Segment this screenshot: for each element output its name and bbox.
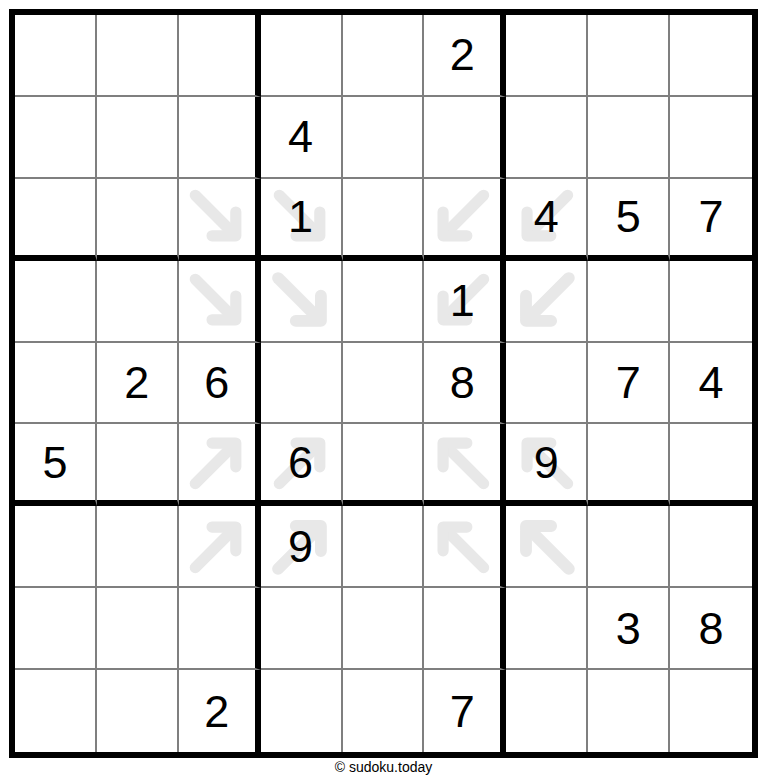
cell-r9c4[interactable] — [261, 670, 343, 752]
cell-r7c5[interactable] — [343, 506, 425, 588]
cell-r7c6[interactable] — [424, 506, 506, 588]
given-digit: 5 — [42, 440, 67, 485]
cell-r4c4[interactable] — [261, 261, 343, 343]
cell-r8c7[interactable] — [506, 588, 588, 670]
cell-r9c1[interactable] — [15, 670, 97, 752]
cell-r4c5[interactable] — [343, 261, 425, 343]
cell-r4c1[interactable] — [15, 261, 97, 343]
cell-r1c8[interactable] — [588, 15, 670, 97]
cell-r5c3[interactable]: 6 — [179, 343, 261, 425]
cell-r7c8[interactable] — [588, 506, 670, 588]
cell-r2c9[interactable] — [670, 97, 752, 179]
cell-r8c8[interactable]: 3 — [588, 588, 670, 670]
sudoku-board: 24145712687456993827 — [9, 9, 758, 758]
credit-text: © sudoku.today — [0, 757, 767, 777]
cell-r6c4[interactable]: 6 — [261, 424, 343, 506]
cell-r1c2[interactable] — [97, 15, 179, 97]
given-digit: 1 — [450, 278, 475, 323]
given-digit: 9 — [288, 524, 313, 569]
cell-r4c3[interactable] — [179, 261, 261, 343]
cell-r4c8[interactable] — [588, 261, 670, 343]
given-digit: 2 — [124, 360, 149, 405]
cell-r9c7[interactable] — [506, 670, 588, 752]
cell-r5c4[interactable] — [261, 343, 343, 425]
cell-r2c7[interactable] — [506, 97, 588, 179]
puzzle-page: 24145712687456993827 © sudoku.today — [0, 0, 767, 777]
cell-r2c2[interactable] — [97, 97, 179, 179]
arrow-up-right-icon — [182, 509, 252, 583]
cell-r5c9[interactable]: 4 — [670, 343, 752, 425]
cell-r6c2[interactable] — [97, 424, 179, 506]
cell-r3c7[interactable]: 4 — [506, 179, 588, 261]
cell-r9c6[interactable]: 7 — [424, 670, 506, 752]
cell-r4c7[interactable] — [506, 261, 588, 343]
cell-r8c5[interactable] — [343, 588, 425, 670]
cell-r5c2[interactable]: 2 — [97, 343, 179, 425]
cell-r3c6[interactable] — [424, 179, 506, 261]
cell-r2c5[interactable] — [343, 97, 425, 179]
given-digit: 1 — [288, 194, 313, 239]
given-digit: 2 — [204, 689, 229, 734]
cell-r6c7[interactable]: 9 — [506, 424, 588, 506]
cell-r8c1[interactable] — [15, 588, 97, 670]
cell-r4c2[interactable] — [97, 261, 179, 343]
cell-r7c9[interactable] — [670, 506, 752, 588]
cell-r1c5[interactable] — [343, 15, 425, 97]
cell-r5c1[interactable] — [15, 343, 97, 425]
cell-r5c7[interactable] — [506, 343, 588, 425]
arrow-down-left-icon — [509, 264, 583, 338]
cell-r7c1[interactable] — [15, 506, 97, 588]
cell-r1c3[interactable] — [179, 15, 261, 97]
cell-r5c6[interactable]: 8 — [424, 343, 506, 425]
cell-r1c4[interactable] — [261, 15, 343, 97]
given-digit: 9 — [534, 440, 559, 485]
cell-r9c8[interactable] — [588, 670, 670, 752]
cell-r5c8[interactable]: 7 — [588, 343, 670, 425]
given-digit: 8 — [699, 606, 724, 651]
cell-r1c1[interactable] — [15, 15, 97, 97]
cell-r2c6[interactable] — [424, 97, 506, 179]
cell-r1c7[interactable] — [506, 15, 588, 97]
cell-r9c9[interactable] — [670, 670, 752, 752]
arrow-up-left-icon — [509, 509, 583, 583]
given-digit: 4 — [699, 360, 724, 405]
arrow-down-right-icon — [264, 264, 338, 338]
cell-r1c6[interactable]: 2 — [424, 15, 506, 97]
cell-r2c3[interactable] — [179, 97, 261, 179]
cell-r7c2[interactable] — [97, 506, 179, 588]
cell-r8c4[interactable] — [261, 588, 343, 670]
cell-r7c4[interactable]: 9 — [261, 506, 343, 588]
cell-r1c9[interactable] — [670, 15, 752, 97]
given-digit: 7 — [699, 194, 724, 239]
cell-r9c5[interactable] — [343, 670, 425, 752]
given-digit: 7 — [450, 689, 475, 734]
cell-r8c9[interactable]: 8 — [670, 588, 752, 670]
cell-r6c3[interactable] — [179, 424, 261, 506]
given-digit: 5 — [616, 194, 641, 239]
cell-r8c3[interactable] — [179, 588, 261, 670]
given-digit: 8 — [450, 360, 475, 405]
given-digit: 4 — [288, 114, 313, 159]
cell-r2c8[interactable] — [588, 97, 670, 179]
cell-r5c5[interactable] — [343, 343, 425, 425]
cell-r9c2[interactable] — [97, 670, 179, 752]
cell-r6c9[interactable] — [670, 424, 752, 506]
cell-r3c2[interactable] — [97, 179, 179, 261]
cell-r3c4[interactable]: 1 — [261, 179, 343, 261]
cell-r8c2[interactable] — [97, 588, 179, 670]
arrow-down-right-icon — [182, 182, 252, 252]
cell-r6c5[interactable] — [343, 424, 425, 506]
given-digit: 3 — [616, 606, 641, 651]
cell-r2c1[interactable] — [15, 97, 97, 179]
cell-r6c1[interactable]: 5 — [15, 424, 97, 506]
cell-r3c8[interactable]: 5 — [588, 179, 670, 261]
cell-r9c3[interactable]: 2 — [179, 670, 261, 752]
arrow-down-left-icon — [427, 182, 497, 252]
given-digit: 4 — [534, 194, 559, 239]
arrow-up-left-icon — [427, 427, 497, 497]
cell-r3c3[interactable] — [179, 179, 261, 261]
cell-r7c3[interactable] — [179, 506, 261, 588]
cell-r3c9[interactable]: 7 — [670, 179, 752, 261]
cell-r3c5[interactable] — [343, 179, 425, 261]
given-digit: 7 — [616, 360, 641, 405]
cell-r4c9[interactable] — [670, 261, 752, 343]
cell-r6c8[interactable] — [588, 424, 670, 506]
cell-r7c7[interactable] — [506, 506, 588, 588]
given-digit: 2 — [450, 32, 475, 77]
arrow-up-left-icon — [427, 509, 497, 583]
given-digit: 6 — [204, 360, 229, 405]
cell-r2c4[interactable]: 4 — [261, 97, 343, 179]
cell-r4c6[interactable]: 1 — [424, 261, 506, 343]
arrow-up-right-icon — [182, 427, 252, 497]
cell-r3c1[interactable] — [15, 179, 97, 261]
cell-r6c6[interactable] — [424, 424, 506, 506]
cell-r8c6[interactable] — [424, 588, 506, 670]
arrow-down-right-icon — [182, 264, 252, 338]
given-digit: 6 — [288, 440, 313, 485]
